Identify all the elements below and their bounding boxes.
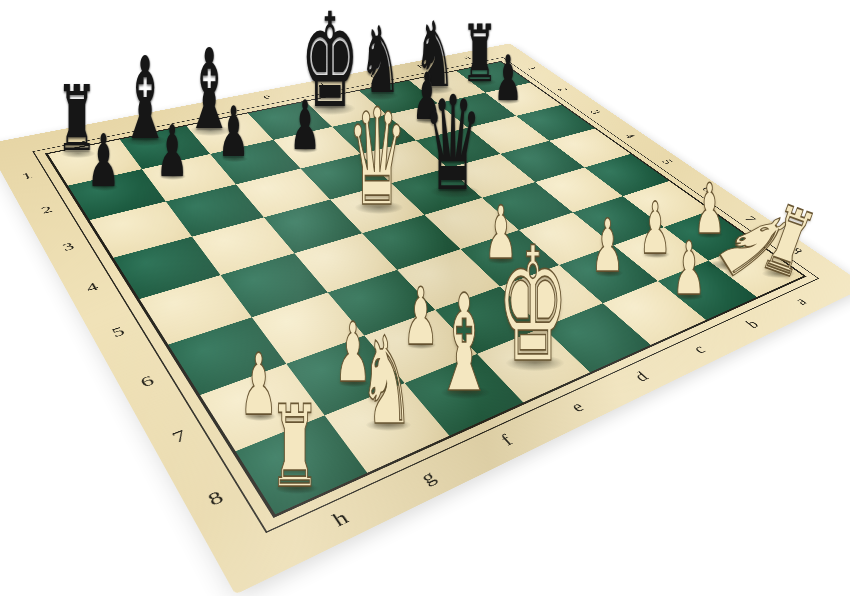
coord-label-right-6: 6 xyxy=(699,186,715,193)
coord-label-bottom-c: c xyxy=(690,342,709,356)
coord-label-top-a: a xyxy=(461,55,473,61)
coord-label-left-2: 2 xyxy=(39,204,54,215)
coord-label-bottom-b: b xyxy=(743,318,762,331)
coord-label-bottom-h: h xyxy=(329,508,352,530)
coord-label-left-7: 7 xyxy=(169,427,190,446)
coord-label-right-2: 2 xyxy=(555,87,570,92)
coord-label-bottom-f: f xyxy=(498,432,517,449)
coord-label-right-5: 5 xyxy=(659,158,675,165)
chess-board-grid xyxy=(48,62,803,514)
coord-label-top-h: h xyxy=(69,130,83,139)
coord-label-top-f: f xyxy=(202,105,213,112)
coord-label-left-6: 6 xyxy=(138,373,157,390)
coord-label-top-b: b xyxy=(415,63,428,69)
coord-label-right-7: 7 xyxy=(742,215,758,223)
coord-label-left-5: 5 xyxy=(109,325,127,340)
coord-label-top-d: d xyxy=(315,82,328,89)
coord-label-bottom-e: e xyxy=(567,399,587,415)
coord-label-left-3: 3 xyxy=(60,241,76,253)
coord-label-top-e: e xyxy=(260,93,272,100)
coord-label-left-4: 4 xyxy=(84,281,101,295)
coord-label-right-1: 1 xyxy=(525,66,539,71)
chess-mat: 1234567812345678hgfedcbahgfedcba xyxy=(0,43,850,594)
coord-label-right-4: 4 xyxy=(622,133,637,139)
coord-label-right-3: 3 xyxy=(588,109,603,115)
coord-label-right-8: 8 xyxy=(788,247,805,256)
coord-label-left-1: 1 xyxy=(20,171,35,181)
coord-label-left-8: 8 xyxy=(205,488,227,510)
coord-label-top-c: c xyxy=(367,73,379,80)
chess-set-photo: 1234567812345678hgfedcbahgfedcba ♜♝♝♚♞♞♜… xyxy=(0,0,850,596)
coord-label-bottom-a: a xyxy=(792,295,810,307)
coord-label-bottom-g: g xyxy=(417,468,439,488)
coord-label-top-g: g xyxy=(137,117,151,125)
coord-label-bottom-d: d xyxy=(631,369,652,384)
